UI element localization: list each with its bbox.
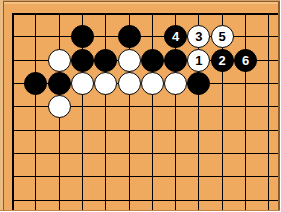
move-number-label: 2	[219, 54, 226, 67]
grid-line-vertical	[268, 13, 269, 212]
frame-top-highlight	[0, 2, 280, 4]
grid-line-vertical	[152, 13, 153, 212]
white-stone-move-3: 3	[187, 25, 210, 48]
white-stone	[48, 49, 71, 72]
white-stone-move-5: 5	[211, 25, 234, 48]
black-stone	[164, 49, 187, 72]
white-stone	[48, 95, 71, 118]
white-stone	[141, 72, 164, 95]
grid-line-horizontal	[12, 153, 281, 154]
move-number-label: 3	[195, 30, 202, 43]
white-stone	[118, 72, 141, 95]
frame-bottom-shade	[0, 210, 280, 211]
grid-line-vertical	[105, 13, 106, 212]
frame-right-dark	[278, 1, 280, 211]
grid-line-horizontal	[12, 176, 281, 177]
go-board: 435126	[0, 0, 280, 211]
white-stone	[118, 49, 141, 72]
black-stone	[24, 72, 47, 95]
grid-line-horizontal	[12, 36, 281, 37]
grid-line-horizontal	[12, 200, 281, 201]
grid-line-vertical	[35, 13, 36, 212]
grid-line-vertical	[245, 13, 246, 212]
move-number-label: 4	[172, 30, 179, 43]
white-stone	[164, 72, 187, 95]
move-number-label: 1	[195, 54, 202, 67]
black-stone	[48, 72, 71, 95]
black-stone	[71, 25, 94, 48]
black-stone	[71, 49, 94, 72]
grid-line-horizontal	[12, 130, 281, 131]
black-stone	[118, 25, 141, 48]
frame-left-dark	[3, 2, 4, 211]
black-stone-move-2: 2	[211, 49, 234, 72]
black-stone	[141, 49, 164, 72]
white-stone	[94, 72, 117, 95]
black-stone	[187, 72, 210, 95]
black-stone	[94, 49, 117, 72]
white-stone-move-1: 1	[187, 49, 210, 72]
grid-line-horizontal	[12, 13, 281, 15]
black-stone-move-4: 4	[164, 25, 187, 48]
black-stone-move-6: 6	[234, 49, 257, 72]
move-number-label: 6	[242, 54, 249, 67]
white-stone	[71, 72, 94, 95]
grid-line-vertical	[12, 13, 14, 212]
move-number-label: 5	[219, 30, 226, 43]
